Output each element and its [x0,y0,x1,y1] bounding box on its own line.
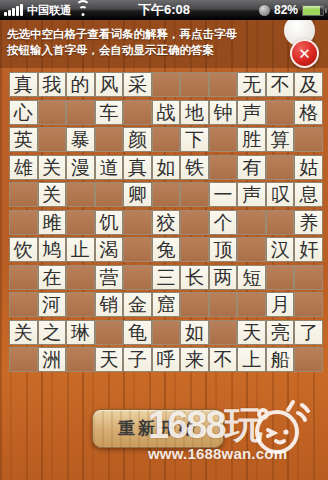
letter-cell[interactable]: 胜 [237,127,266,152]
letter-cell[interactable]: 暴 [66,127,95,152]
letter-cell[interactable]: 养 [294,210,323,235]
letter-cell[interactable]: 下 [180,127,209,152]
blocked-cell [123,237,152,262]
battery-icon [302,5,324,16]
blocked-cell [180,237,209,262]
blocked-cell [152,127,181,152]
letter-cell[interactable]: 息 [294,182,323,207]
letter-cell[interactable]: 铁 [180,155,209,180]
letter-cell[interactable]: 琳 [66,320,95,345]
letter-cell[interactable]: 营 [95,265,124,290]
letter-cell[interactable]: 战 [152,100,181,125]
blocked-cell [9,182,38,207]
letter-cell[interactable]: 汉 [266,237,295,262]
blocked-cell [95,182,124,207]
blocked-cell [266,265,295,290]
blocked-cell [38,100,67,125]
blocked-cell [66,292,95,317]
crossword-grid: 真我的风采无不及心车战地钟声格英暴颜下胜算雄关漫道真如铁有姑关卿一声叹息雎饥狡个… [9,72,323,372]
letter-cell[interactable]: 呼 [152,347,181,372]
blocked-cell [66,265,95,290]
letter-cell[interactable]: 洲 [38,347,67,372]
blocked-cell [266,100,295,125]
letter-cell[interactable]: 不 [266,72,295,97]
letter-cell[interactable]: 月 [266,292,295,317]
instruction-line1: 先选中空白格子查看词条的解释，再点击字母 [7,26,294,42]
blocked-cell [152,72,181,97]
letter-cell[interactable]: 声 [237,182,266,207]
letter-cell[interactable]: 真 [9,72,38,97]
blocked-cell [123,100,152,125]
blocked-cell [209,72,238,97]
blocked-cell [294,127,323,152]
instruction-banner: 先选中空白格子查看词条的解释，再点击字母 按钮输入首字母，会自动显示正确的答案 … [0,20,328,68]
letter-cell[interactable]: 河 [38,292,67,317]
letter-cell[interactable]: 一 [209,182,238,207]
letter-cell[interactable]: 有 [237,155,266,180]
blocked-cell [95,320,124,345]
blocked-cell [209,127,238,152]
letter-cell[interactable]: 止 [66,237,95,262]
rotation-lock-icon [259,5,270,16]
letter-cell[interactable]: 声 [237,100,266,125]
letter-cell[interactable]: 采 [123,72,152,97]
blocked-cell [294,347,323,372]
letter-cell[interactable]: 地 [180,100,209,125]
letter-cell[interactable]: 关 [38,155,67,180]
blocked-cell [95,127,124,152]
letter-cell[interactable]: 三 [152,265,181,290]
blocked-cell [9,265,38,290]
letter-cell[interactable]: 龟 [123,320,152,345]
letter-cell[interactable]: 兔 [152,237,181,262]
letter-cell[interactable]: 漫 [66,155,95,180]
blocked-cell [180,182,209,207]
letter-cell[interactable]: 叹 [266,182,295,207]
blocked-cell [9,210,38,235]
letter-cell[interactable]: 我 [38,72,67,97]
letter-cell[interactable]: 雎 [38,210,67,235]
blocked-cell [66,347,95,372]
letter-cell[interactable]: 狡 [152,210,181,235]
letter-cell[interactable]: 亮 [266,320,295,345]
instruction-text: 先选中空白格子查看词条的解释，再点击字母 按钮输入首字母，会自动显示正确的答案 [0,20,328,58]
blocked-cell [66,210,95,235]
letter-cell[interactable]: 奸 [294,237,323,262]
letter-cell[interactable]: 算 [266,127,295,152]
status-bar: 中国联通 下午6:08 82% [0,0,328,20]
letter-cell[interactable]: 不 [209,347,238,372]
letter-cell[interactable]: 金 [123,292,152,317]
letter-cell[interactable]: 卿 [123,182,152,207]
letter-cell[interactable]: 格 [294,100,323,125]
blocked-cell [66,100,95,125]
letter-cell[interactable]: 销 [95,292,124,317]
letter-cell[interactable]: 窟 [152,292,181,317]
letter-cell[interactable]: 天 [237,320,266,345]
letter-cell[interactable]: 渴 [95,237,124,262]
letter-cell[interactable]: 关 [9,320,38,345]
blocked-cell [294,265,323,290]
blocked-cell [66,182,95,207]
blocked-cell [209,320,238,345]
bear-mascot-icon [248,397,310,459]
letter-cell[interactable]: 道 [95,155,124,180]
blocked-cell [180,210,209,235]
blocked-cell [123,210,152,235]
letter-cell[interactable]: 个 [209,210,238,235]
letter-cell[interactable]: 风 [95,72,124,97]
blocked-cell [237,292,266,317]
blocked-cell [237,210,266,235]
letter-cell[interactable]: 的 [66,72,95,97]
blocked-cell [209,292,238,317]
letter-cell[interactable]: 天 [95,347,124,372]
letter-cell[interactable]: 姑 [294,155,323,180]
blocked-cell [209,155,238,180]
battery-percent: 82% [274,3,298,17]
blocked-cell [180,72,209,97]
letter-cell[interactable]: 两 [209,265,238,290]
letter-cell[interactable]: 雄 [9,155,38,180]
letter-cell[interactable]: 如 [152,155,181,180]
letter-cell[interactable]: 关 [38,182,67,207]
letter-cell[interactable]: 短 [237,265,266,290]
blocked-cell [152,182,181,207]
letter-cell[interactable]: 船 [266,347,295,372]
blocked-cell [152,320,181,345]
letter-cell[interactable]: 英 [9,127,38,152]
letter-cell[interactable]: 顶 [209,237,238,262]
blocked-cell [237,237,266,262]
blocked-cell [294,292,323,317]
letter-cell[interactable]: 了 [294,320,323,345]
letter-cell[interactable]: 来 [180,347,209,372]
letter-cell[interactable]: 之 [38,320,67,345]
letter-cell[interactable]: 长 [180,265,209,290]
blocked-cell [9,347,38,372]
letter-cell[interactable]: 颜 [123,127,152,152]
instruction-line2: 按钮输入首字母，会自动显示正确的答案 [7,42,294,58]
blocked-cell [180,292,209,317]
blocked-cell [266,210,295,235]
letter-cell[interactable]: 无 [237,72,266,97]
letter-cell[interactable]: 车 [95,100,124,125]
letter-cell[interactable]: 如 [180,320,209,345]
letter-cell[interactable]: 鸠 [38,237,67,262]
blocked-cell [123,265,152,290]
close-button[interactable]: ✕ [290,39,319,68]
letter-cell[interactable]: 上 [237,347,266,372]
letter-cell[interactable]: 饥 [95,210,124,235]
letter-cell[interactable]: 真 [123,155,152,180]
letter-cell[interactable]: 心 [9,100,38,125]
letter-cell[interactable]: 饮 [9,237,38,262]
letter-cell[interactable]: 及 [294,72,323,97]
letter-cell[interactable]: 钟 [209,100,238,125]
blocked-cell [38,127,67,152]
letter-cell[interactable]: 在 [38,265,67,290]
restart-button[interactable]: 重新开始 [92,409,224,448]
blocked-cell [266,155,295,180]
letter-cell[interactable]: 子 [123,347,152,372]
blocked-cell [9,292,38,317]
